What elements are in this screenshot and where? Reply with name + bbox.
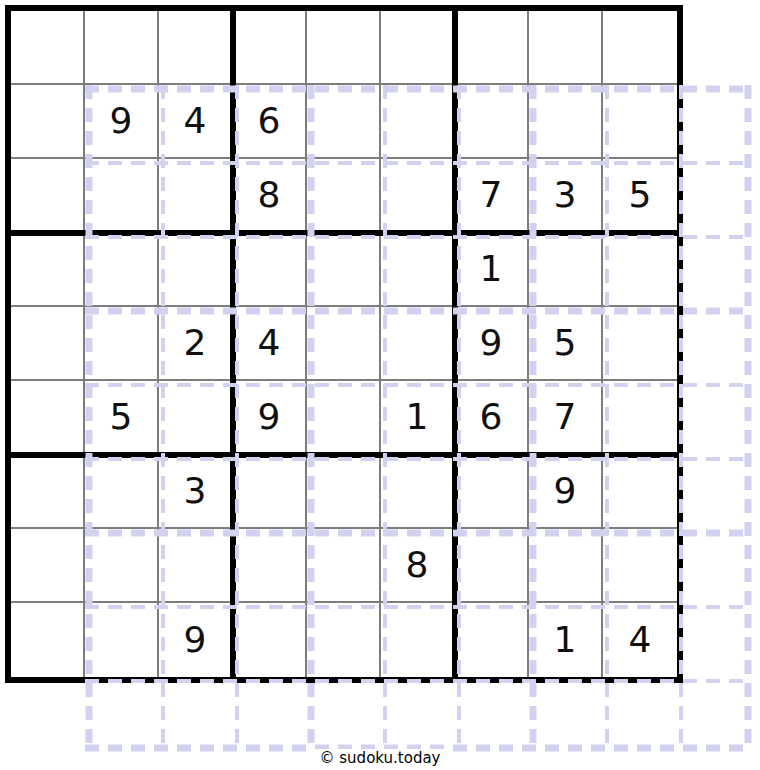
cell-r5c9: [603, 307, 677, 381]
cell-r7c6: [381, 455, 455, 529]
cell-r1c8: [529, 11, 603, 85]
cell-r6c2: 5: [85, 381, 159, 455]
cell-r3c8: 3: [529, 159, 603, 233]
cell-r8c8: [529, 529, 603, 603]
cell-r4c2: [85, 233, 159, 307]
cell-r8c3: [159, 529, 233, 603]
cell-r5c1: [11, 307, 85, 381]
cell-r2c4: 6: [233, 85, 307, 159]
cell-r3c9: 5: [603, 159, 677, 233]
cell-r8c4: [233, 529, 307, 603]
cell-r8c7: [455, 529, 529, 603]
cell-r3c3: [159, 159, 233, 233]
cell-r1c6: [381, 11, 455, 85]
cell-r5c6: [381, 307, 455, 381]
cell-r1c9: [603, 11, 677, 85]
cell-r2c6: [381, 85, 455, 159]
cell-r4c6: [381, 233, 455, 307]
box-divider-horizontal-2: [11, 452, 677, 458]
cell-r5c5: [307, 307, 381, 381]
cell-r2c9: [603, 85, 677, 159]
sudoku-board: 94687351249559167398914: [5, 5, 683, 683]
cell-r4c9: [603, 233, 677, 307]
cell-r9c2: [85, 603, 159, 677]
cell-r3c1: [11, 159, 85, 233]
cell-r1c1: [11, 11, 85, 85]
cell-r1c4: [233, 11, 307, 85]
cell-r8c6: 8: [381, 529, 455, 603]
cell-r1c3: [159, 11, 233, 85]
cell-r6c8: 7: [529, 381, 603, 455]
cell-r7c4: [233, 455, 307, 529]
cell-r6c6: 1: [381, 381, 455, 455]
cell-r9c6: [381, 603, 455, 677]
cell-r1c2: [85, 11, 159, 85]
cell-r2c7: [455, 85, 529, 159]
cell-r8c2: [85, 529, 159, 603]
cell-r5c3: 2: [159, 307, 233, 381]
cell-r9c9: 4: [603, 603, 677, 677]
cell-r4c4: [233, 233, 307, 307]
cell-r1c5: [307, 11, 381, 85]
cell-r2c5: [307, 85, 381, 159]
footer: © sudoku.today: [0, 748, 760, 767]
box-divider-vertical-1: [230, 11, 236, 677]
cell-r9c3: 9: [159, 603, 233, 677]
cell-r1c7: [455, 11, 529, 85]
cell-r7c3: 3: [159, 455, 233, 529]
cell-r6c1: [11, 381, 85, 455]
cell-r3c5: [307, 159, 381, 233]
cell-r3c6: [381, 159, 455, 233]
cell-r7c2: [85, 455, 159, 529]
box-divider-horizontal-1: [11, 230, 677, 236]
cell-r2c8: [529, 85, 603, 159]
cell-r9c1: [11, 603, 85, 677]
cell-r4c8: [529, 233, 603, 307]
cell-r4c1: [11, 233, 85, 307]
cell-r7c1: [11, 455, 85, 529]
cell-r2c1: [11, 85, 85, 159]
cell-r3c4: 8: [233, 159, 307, 233]
copyright-text: © sudoku.today: [310, 749, 451, 767]
cell-r4c3: [159, 233, 233, 307]
cell-r4c7: 1: [455, 233, 529, 307]
cell-r5c4: 4: [233, 307, 307, 381]
cell-r5c8: 5: [529, 307, 603, 381]
cell-r7c7: [455, 455, 529, 529]
cell-r5c2: [85, 307, 159, 381]
cell-r4c5: [307, 233, 381, 307]
cell-r9c5: [307, 603, 381, 677]
cell-r9c8: 1: [529, 603, 603, 677]
cell-r2c2: 9: [85, 85, 159, 159]
cell-r7c5: [307, 455, 381, 529]
cell-r6c5: [307, 381, 381, 455]
puzzle-canvas: 94687351249559167398914: [0, 0, 760, 770]
cell-r9c4: [233, 603, 307, 677]
cell-r6c3: [159, 381, 233, 455]
cell-r7c9: [603, 455, 677, 529]
cell-r3c2: [85, 159, 159, 233]
cell-r3c7: 7: [455, 159, 529, 233]
cell-r7c8: 9: [529, 455, 603, 529]
cell-r8c5: [307, 529, 381, 603]
cell-r9c7: [455, 603, 529, 677]
cell-r8c1: [11, 529, 85, 603]
cell-r5c7: 9: [455, 307, 529, 381]
cell-r6c9: [603, 381, 677, 455]
cell-r8c9: [603, 529, 677, 603]
box-divider-vertical-2: [452, 11, 458, 677]
cell-r6c4: 9: [233, 381, 307, 455]
cell-r2c3: 4: [159, 85, 233, 159]
cell-r6c7: 6: [455, 381, 529, 455]
